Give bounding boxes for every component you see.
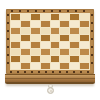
square-r3c4 [41,28,50,34]
square-r1c1 [11,14,20,20]
frame-notches-right [91,14,93,69]
photo-canvas [0,0,100,100]
square-r4c4 [41,35,50,41]
square-r6c4 [41,49,50,55]
square-r8c8 [80,63,89,69]
square-r2c2 [21,21,30,27]
square-r1c3 [31,14,40,20]
square-r3c6 [60,28,69,34]
square-r7c7 [70,56,79,62]
square-r7c3 [31,56,40,62]
frame-notches-bottom [10,71,90,73]
square-r8c5 [51,63,60,69]
square-r2c4 [41,21,50,27]
latch-clasp [46,84,55,94]
board-frame [6,9,94,74]
square-r4c8 [80,35,89,41]
square-r4c6 [60,35,69,41]
square-r5c5 [51,42,60,48]
square-r7c8 [80,56,89,62]
box-seam [5,78,95,79]
square-r8c7 [70,63,79,69]
square-r8c2 [21,63,30,69]
square-r3c8 [80,28,89,34]
square-r6c3 [31,49,40,55]
square-r5c6 [60,42,69,48]
square-r8c6 [60,63,69,69]
square-r3c5 [51,28,60,34]
square-r1c5 [51,14,60,20]
square-r4c5 [51,35,60,41]
square-r2c8 [80,21,89,27]
box-side [5,74,95,84]
square-r6c7 [70,49,79,55]
square-r1c8 [80,14,89,20]
square-r3c1 [11,28,20,34]
square-r1c6 [60,14,69,20]
square-r6c8 [80,49,89,55]
square-r5c8 [80,42,89,48]
square-r6c6 [60,49,69,55]
square-r7c5 [51,56,60,62]
chess-box [6,9,94,84]
square-r2c3 [31,21,40,27]
square-r4c2 [21,35,30,41]
chess-board [10,13,90,70]
square-r5c1 [11,42,20,48]
square-r6c5 [51,49,60,55]
square-r7c6 [60,56,69,62]
square-r7c4 [41,56,50,62]
square-r8c1 [11,63,20,69]
square-r7c1 [11,56,20,62]
latch-ring [47,87,54,94]
frame-notches-top [11,10,89,12]
square-r2c1 [11,21,20,27]
square-r5c7 [70,42,79,48]
square-r5c4 [41,42,50,48]
square-r4c7 [70,35,79,41]
latch-hole [50,90,52,92]
square-r7c2 [21,56,30,62]
square-r3c3 [31,28,40,34]
square-r3c2 [21,28,30,34]
square-r8c4 [41,63,50,69]
square-r1c4 [41,14,50,20]
square-r6c1 [11,49,20,55]
square-r2c6 [60,21,69,27]
square-r5c2 [21,42,30,48]
square-r4c3 [31,35,40,41]
square-r3c7 [70,28,79,34]
square-r5c3 [31,42,40,48]
square-r1c7 [70,14,79,20]
square-r2c5 [51,21,60,27]
square-r4c1 [11,35,20,41]
square-r6c2 [21,49,30,55]
square-r2c7 [70,21,79,27]
square-r1c2 [21,14,30,20]
square-r8c3 [31,63,40,69]
frame-notches-left [7,14,9,69]
